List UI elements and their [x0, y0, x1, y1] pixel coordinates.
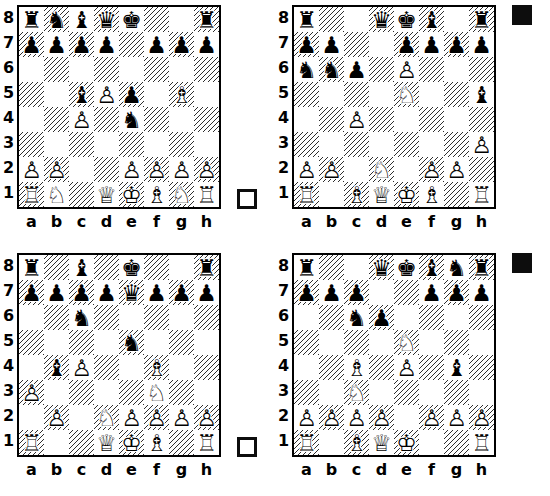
file-label-c: c [69, 460, 94, 479]
piece-glyph: ♜ [294, 255, 319, 280]
white-knight-piece: ♞♘ [344, 380, 369, 405]
square-h8: ♜♜ [469, 255, 494, 280]
square-c6: ♞♞ [69, 305, 94, 330]
square-g4 [169, 107, 194, 132]
square-d1: ♛♕ [94, 430, 119, 455]
square-a5 [19, 330, 44, 355]
file-label-h: h [469, 460, 494, 479]
file-label-b: b [319, 212, 344, 231]
black-bishop-piece: ♝♝ [419, 255, 444, 280]
square-a8: ♜♜ [19, 255, 44, 280]
white-pawn-piece: ♟♙ [444, 157, 469, 182]
piece-glyph: ♝ [69, 255, 94, 280]
black-bishop-piece: ♝♝ [419, 7, 444, 32]
piece-glyph: ♝ [469, 82, 494, 107]
piece-glyph: ♛ [369, 7, 394, 32]
file-label-g: g [444, 460, 469, 479]
square-f3: ♞♘ [144, 380, 169, 405]
square-h3 [469, 380, 494, 405]
black-knight-piece: ♞♞ [44, 7, 69, 32]
file-label-h: h [469, 212, 494, 231]
square-e4 [119, 355, 144, 380]
black-bishop-piece: ♝♝ [469, 82, 494, 107]
square-c1 [69, 430, 94, 455]
black-to-move-indicator [512, 5, 532, 25]
square-e7 [394, 280, 419, 305]
black-rook-piece: ♜♜ [19, 255, 44, 280]
piece-glyph: ♟ [344, 280, 369, 305]
piece-glyph: ♟ [44, 32, 69, 57]
white-bishop-piece: ♝♗ [144, 355, 169, 380]
piece-glyph: ♔ [394, 430, 419, 455]
square-a4 [294, 107, 319, 132]
white-pawn-piece: ♟♙ [394, 355, 419, 380]
piece-glyph: ♞ [444, 255, 469, 280]
square-b3 [44, 132, 69, 157]
black-knight-piece: ♞♞ [119, 330, 144, 355]
square-e1: ♚♔ [119, 182, 144, 207]
piece-glyph: ♜ [19, 7, 44, 32]
white-king-piece: ♚♔ [394, 182, 419, 207]
piece-glyph: ♘ [369, 157, 394, 182]
rank-label-6: 6 [0, 55, 17, 80]
square-b7: ♟♟ [44, 280, 69, 305]
piece-glyph: ♟ [469, 280, 494, 305]
piece-glyph: ♗ [169, 82, 194, 107]
piece-glyph: ♕ [369, 182, 394, 207]
black-bishop-piece: ♝♝ [69, 255, 94, 280]
black-pawn-piece: ♟♟ [119, 82, 144, 107]
piece-glyph: ♙ [469, 405, 494, 430]
square-g7: ♟♟ [169, 32, 194, 57]
piece-glyph: ♟ [169, 280, 194, 305]
file-label-e: e [119, 460, 144, 479]
square-a7: ♟♟ [294, 32, 319, 57]
board-squares: ♜♜♝♝♚♚♜♜♟♟♟♟♟♟♟♟♛♛♟♟♟♟♟♟♞♞♞♞♝♝♟♙♝♗♟♙♞♘♟♙… [17, 253, 221, 457]
piece-glyph: ♙ [419, 157, 444, 182]
square-b4: ♝♝ [44, 355, 69, 380]
white-king-piece: ♚♔ [119, 182, 144, 207]
square-c3 [69, 132, 94, 157]
white-bishop-piece: ♝♗ [344, 355, 369, 380]
square-e8: ♚♚ [119, 255, 144, 280]
rank-label-7: 7 [275, 278, 292, 303]
piece-glyph: ♙ [119, 405, 144, 430]
rank-label-2: 2 [0, 155, 17, 180]
piece-glyph: ♖ [294, 430, 319, 455]
piece-glyph: ♙ [69, 107, 94, 132]
square-g8 [169, 7, 194, 32]
square-b6 [44, 57, 69, 82]
rank-labels: 87654321 [0, 5, 17, 209]
white-pawn-piece: ♟♙ [444, 405, 469, 430]
square-e2: ♟♙ [119, 405, 144, 430]
piece-glyph: ♙ [344, 405, 369, 430]
white-pawn-piece: ♟♙ [419, 405, 444, 430]
square-c2 [69, 157, 94, 182]
rank-label-6: 6 [0, 303, 17, 328]
white-pawn-piece: ♟♙ [144, 405, 169, 430]
rank-label-1: 1 [275, 180, 292, 205]
piece-glyph: ♞ [44, 7, 69, 32]
piece-glyph: ♞ [344, 305, 369, 330]
rank-label-3: 3 [0, 378, 17, 403]
square-c3 [344, 132, 369, 157]
piece-glyph: ♟ [294, 32, 319, 57]
piece-glyph: ♟ [194, 280, 219, 305]
square-e2 [394, 405, 419, 430]
white-rook-piece: ♜♖ [469, 182, 494, 207]
square-g1: ♞♘ [169, 182, 194, 207]
piece-glyph: ♜ [19, 255, 44, 280]
piece-glyph: ♟ [44, 280, 69, 305]
rank-label-8: 8 [0, 253, 17, 278]
square-a6 [294, 305, 319, 330]
piece-glyph: ♙ [169, 405, 194, 430]
white-to-move-indicator [237, 189, 257, 209]
piece-glyph: ♟ [194, 32, 219, 57]
white-pawn-piece: ♟♙ [394, 57, 419, 82]
white-pawn-piece: ♟♙ [44, 405, 69, 430]
file-label-d: d [94, 212, 119, 231]
square-a6 [19, 57, 44, 82]
rank-label-5: 5 [275, 80, 292, 105]
square-a3 [294, 380, 319, 405]
white-rook-piece: ♜♖ [194, 182, 219, 207]
square-c7: ♟♟ [69, 32, 94, 57]
square-b2: ♟♙ [319, 157, 344, 182]
square-e3 [119, 132, 144, 157]
white-rook-piece: ♜♖ [194, 430, 219, 455]
square-e3 [119, 380, 144, 405]
piece-glyph: ♗ [144, 182, 169, 207]
file-label-b: b [319, 460, 344, 479]
piece-glyph: ♝ [419, 7, 444, 32]
square-b8 [319, 7, 344, 32]
square-a7: ♟♟ [294, 280, 319, 305]
black-knight-piece: ♞♞ [119, 107, 144, 132]
file-label-c: c [344, 460, 369, 479]
black-bishop-piece: ♝♝ [69, 7, 94, 32]
square-f7: ♟♟ [419, 32, 444, 57]
square-d7 [369, 32, 394, 57]
rank-label-5: 5 [275, 328, 292, 353]
black-pawn-piece: ♟♟ [469, 280, 494, 305]
square-h2: ♟♙ [194, 405, 219, 430]
white-knight-piece: ♞♘ [44, 182, 69, 207]
black-king-piece: ♚♚ [394, 7, 419, 32]
file-label-g: g [169, 212, 194, 231]
black-pawn-piece: ♟♟ [69, 32, 94, 57]
square-d6: ♟♟ [369, 305, 394, 330]
black-to-move-indicator [512, 253, 532, 273]
square-h2 [469, 157, 494, 182]
rank-label-7: 7 [275, 30, 292, 55]
square-b8 [44, 255, 69, 280]
piece-glyph: ♟ [144, 32, 169, 57]
board-squares: ♜♜♛♛♚♚♝♝♞♞♜♜♟♟♟♟♟♟♟♟♟♟♟♟♞♞♟♟♞♘♝♗♟♙♝♝♞♘♟♙… [292, 253, 496, 457]
file-label-g: g [169, 460, 194, 479]
black-bishop-piece: ♝♝ [44, 355, 69, 380]
square-e5: ♞♘ [394, 82, 419, 107]
square-b1 [319, 430, 344, 455]
file-label-f: f [419, 212, 444, 231]
square-g3 [444, 132, 469, 157]
black-pawn-piece: ♟♟ [144, 32, 169, 57]
square-g2: ♟♙ [444, 157, 469, 182]
square-d5 [369, 82, 394, 107]
square-g7: ♟♟ [444, 32, 469, 57]
square-h4 [469, 107, 494, 132]
square-b1 [319, 182, 344, 207]
square-g2: ♟♙ [169, 157, 194, 182]
piece-glyph: ♚ [119, 255, 144, 280]
black-pawn-piece: ♟♟ [44, 32, 69, 57]
piece-glyph: ♟ [19, 32, 44, 57]
square-h8: ♜♜ [194, 7, 219, 32]
white-knight-piece: ♞♘ [169, 182, 194, 207]
piece-glyph: ♟ [69, 32, 94, 57]
white-pawn-piece: ♟♙ [144, 157, 169, 182]
square-c2 [69, 405, 94, 430]
black-pawn-piece: ♟♟ [194, 32, 219, 57]
black-queen-piece: ♛♛ [369, 7, 394, 32]
square-g7: ♟♟ [169, 280, 194, 305]
rank-label-5: 5 [0, 328, 17, 353]
piece-glyph: ♘ [44, 182, 69, 207]
white-king-piece: ♚♔ [394, 430, 419, 455]
black-pawn-piece: ♟♟ [294, 280, 319, 305]
square-f6 [144, 305, 169, 330]
black-king-piece: ♚♚ [119, 255, 144, 280]
white-bishop-piece: ♝♗ [169, 82, 194, 107]
square-h1: ♜♖ [469, 182, 494, 207]
piece-glyph: ♙ [144, 157, 169, 182]
square-h1: ♜♖ [194, 430, 219, 455]
square-b3 [319, 380, 344, 405]
piece-glyph: ♟ [144, 280, 169, 305]
square-g5 [444, 330, 469, 355]
piece-glyph: ♗ [344, 430, 369, 455]
square-c3: ♞♘ [344, 380, 369, 405]
square-g3 [169, 380, 194, 405]
black-pawn-piece: ♟♟ [169, 32, 194, 57]
piece-glyph: ♙ [19, 380, 44, 405]
square-c8: ♝♝ [69, 255, 94, 280]
square-b5 [319, 82, 344, 107]
square-e3 [394, 132, 419, 157]
black-queen-piece: ♛♛ [94, 7, 119, 32]
white-pawn-piece: ♟♙ [119, 405, 144, 430]
square-d2: ♞♘ [94, 405, 119, 430]
diagram-grid: 87654321 ♜♜♞♞♝♝♛♛♚♚♜♜♟♟♟♟♟♟♟♟♟♟♟♟♟♟♝♝♟♙♟… [0, 0, 550, 496]
white-pawn-piece: ♟♙ [369, 405, 394, 430]
white-knight-piece: ♞♘ [144, 380, 169, 405]
square-b2: ♟♙ [44, 405, 69, 430]
square-e7: ♛♛ [119, 280, 144, 305]
black-pawn-piece: ♟♟ [419, 280, 444, 305]
square-a7: ♟♟ [19, 280, 44, 305]
white-to-move-indicator [237, 437, 257, 457]
piece-glyph: ♛ [369, 255, 394, 280]
square-g1 [444, 182, 469, 207]
chess-board-bottom-right: 87654321 ♜♜♛♛♚♚♝♝♞♞♜♜♟♟♟♟♟♟♟♟♟♟♟♟♞♞♟♟♞♘♝… [275, 248, 550, 496]
piece-glyph: ♚ [394, 7, 419, 32]
piece-glyph: ♖ [469, 430, 494, 455]
square-d1: ♛♕ [369, 430, 394, 455]
white-bishop-piece: ♝♗ [419, 182, 444, 207]
rank-label-8: 8 [275, 5, 292, 30]
black-pawn-piece: ♟♟ [419, 32, 444, 57]
piece-glyph: ♚ [119, 7, 144, 32]
file-labels: abcdefgh [19, 460, 219, 479]
piece-glyph: ♙ [44, 157, 69, 182]
piece-glyph: ♟ [369, 305, 394, 330]
piece-glyph: ♙ [394, 57, 419, 82]
white-pawn-piece: ♟♙ [69, 107, 94, 132]
piece-glyph: ♘ [169, 182, 194, 207]
square-c4: ♝♗ [344, 355, 369, 380]
piece-glyph: ♟ [319, 32, 344, 57]
piece-glyph: ♗ [144, 355, 169, 380]
piece-glyph: ♙ [344, 107, 369, 132]
square-b8 [319, 255, 344, 280]
piece-glyph: ♝ [444, 355, 469, 380]
square-a8: ♜♜ [294, 7, 319, 32]
square-f5 [419, 330, 444, 355]
square-c1 [69, 182, 94, 207]
piece-glyph: ♗ [344, 355, 369, 380]
black-pawn-piece: ♟♟ [444, 32, 469, 57]
square-e8: ♚♚ [394, 7, 419, 32]
black-rook-piece: ♜♜ [194, 255, 219, 280]
square-c3 [69, 380, 94, 405]
piece-glyph: ♖ [194, 182, 219, 207]
rank-label-4: 4 [275, 353, 292, 378]
white-pawn-piece: ♟♙ [19, 380, 44, 405]
square-d5 [94, 330, 119, 355]
piece-glyph: ♘ [94, 405, 119, 430]
square-g6 [169, 57, 194, 82]
piece-glyph: ♕ [369, 430, 394, 455]
black-rook-piece: ♜♜ [294, 255, 319, 280]
square-e6 [394, 305, 419, 330]
piece-glyph: ♘ [394, 330, 419, 355]
square-f6 [419, 57, 444, 82]
square-e2 [394, 157, 419, 182]
board-squares: ♜♜♛♛♚♚♝♝♜♜♟♟♟♟♟♟♟♟♟♟♟♟♞♞♞♞♟♟♟♙♞♘♝♝♟♙♟♙♟♙… [292, 5, 496, 209]
square-d1: ♛♕ [369, 182, 394, 207]
piece-glyph: ♙ [194, 405, 219, 430]
square-e5: ♞♘ [394, 330, 419, 355]
piece-glyph: ♙ [444, 157, 469, 182]
white-pawn-piece: ♟♙ [169, 405, 194, 430]
square-a1: ♜♖ [19, 182, 44, 207]
file-label-a: a [19, 460, 44, 479]
white-bishop-piece: ♝♗ [344, 430, 369, 455]
black-pawn-piece: ♟♟ [369, 305, 394, 330]
square-a5 [294, 330, 319, 355]
square-b7: ♟♟ [319, 32, 344, 57]
file-label-h: h [194, 460, 219, 479]
piece-glyph: ♘ [394, 82, 419, 107]
black-rook-piece: ♜♜ [294, 7, 319, 32]
square-h7: ♟♟ [194, 280, 219, 305]
square-f5 [144, 82, 169, 107]
piece-glyph: ♟ [444, 32, 469, 57]
square-f2: ♟♙ [144, 157, 169, 182]
square-c8 [344, 7, 369, 32]
black-pawn-piece: ♟♟ [344, 280, 369, 305]
square-c6 [69, 57, 94, 82]
black-pawn-piece: ♟♟ [69, 280, 94, 305]
square-b7: ♟♟ [319, 280, 344, 305]
square-a1: ♜♖ [19, 430, 44, 455]
black-knight-piece: ♞♞ [319, 57, 344, 82]
white-knight-piece: ♞♘ [394, 82, 419, 107]
rank-label-4: 4 [275, 105, 292, 130]
square-b4 [44, 107, 69, 132]
square-g8 [444, 7, 469, 32]
square-b5 [44, 330, 69, 355]
file-label-g: g [444, 212, 469, 231]
square-e7: ♟♟ [394, 32, 419, 57]
square-b3 [44, 380, 69, 405]
piece-glyph: ♜ [194, 255, 219, 280]
rank-label-2: 2 [0, 403, 17, 428]
black-knight-piece: ♞♞ [294, 57, 319, 82]
square-a6 [19, 305, 44, 330]
square-f2: ♟♙ [419, 405, 444, 430]
square-a5 [294, 82, 319, 107]
piece-glyph: ♖ [19, 182, 44, 207]
square-a4 [19, 107, 44, 132]
black-pawn-piece: ♟♟ [94, 280, 119, 305]
piece-glyph: ♟ [394, 32, 419, 57]
square-h3 [194, 380, 219, 405]
square-a3 [294, 132, 319, 157]
square-h6 [469, 57, 494, 82]
piece-glyph: ♟ [19, 280, 44, 305]
file-label-f: f [144, 460, 169, 479]
rank-label-2: 2 [275, 155, 292, 180]
rank-labels: 87654321 [0, 253, 17, 457]
square-b2: ♟♙ [44, 157, 69, 182]
board-squares: ♜♜♞♞♝♝♛♛♚♚♜♜♟♟♟♟♟♟♟♟♟♟♟♟♟♟♝♝♟♙♟♟♝♗♟♙♞♞♟♙… [17, 5, 221, 209]
square-e8: ♚♚ [119, 7, 144, 32]
piece-glyph: ♟ [169, 32, 194, 57]
rank-label-7: 7 [0, 278, 17, 303]
square-g6 [444, 305, 469, 330]
black-pawn-piece: ♟♟ [94, 32, 119, 57]
piece-glyph: ♗ [419, 182, 444, 207]
square-e2: ♟♙ [119, 157, 144, 182]
square-g5 [444, 82, 469, 107]
file-label-f: f [419, 460, 444, 479]
black-pawn-piece: ♟♟ [469, 32, 494, 57]
square-e5: ♟♟ [119, 82, 144, 107]
rank-label-4: 4 [0, 353, 17, 378]
square-h4 [194, 355, 219, 380]
square-d7: ♟♟ [94, 280, 119, 305]
piece-glyph: ♙ [194, 157, 219, 182]
square-g4: ♝♝ [444, 355, 469, 380]
square-f8: ♝♝ [419, 7, 444, 32]
rank-label-3: 3 [275, 378, 292, 403]
square-f1: ♝♗ [144, 430, 169, 455]
white-pawn-piece: ♟♙ [294, 157, 319, 182]
square-h7: ♟♟ [469, 280, 494, 305]
